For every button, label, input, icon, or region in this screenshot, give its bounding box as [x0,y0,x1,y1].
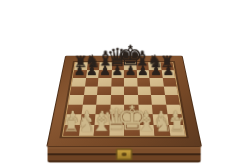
chess-board-box: ♜♞♝♛♚♝♞♜♟♟♟♟♟♟♟♟♟♟♟♟♟♟♟♟♜♞♝♛♚♝♞♜ [46,56,202,147]
piece-white-rook[interactable]: ♜ [169,116,186,135]
square-a7[interactable]: ♟ [73,70,87,78]
piece-black-pawn[interactable]: ♟ [73,64,85,77]
piece-black-pawn[interactable]: ♟ [112,64,124,77]
square-b7[interactable]: ♟ [86,70,99,78]
square-b5[interactable] [84,86,98,95]
square-g1[interactable]: ♞ [154,125,170,136]
square-d7[interactable]: ♟ [111,70,124,78]
square-h7[interactable]: ♟ [161,70,175,78]
square-a6[interactable] [71,78,85,86]
latch-pin [122,152,127,155]
square-b6[interactable] [85,78,99,86]
square-h6[interactable] [162,78,176,86]
piece-black-pawn[interactable]: ♟ [124,64,136,77]
square-h5[interactable] [163,86,178,95]
square-g5[interactable] [150,86,164,95]
box-front-panel [48,146,201,162]
square-h1[interactable]: ♜ [168,125,185,136]
square-g7[interactable]: ♟ [149,70,162,78]
square-f5[interactable] [137,86,151,95]
square-c5[interactable] [97,86,111,95]
board-squares: ♜♞♝♛♚♝♞♜♟♟♟♟♟♟♟♟♟♟♟♟♟♟♟♟♜♞♝♛♚♝♞♜ [62,62,186,137]
square-e5[interactable] [124,86,138,95]
chess-set-photo: ♜♞♝♛♚♝♞♜♟♟♟♟♟♟♟♟♟♟♟♟♟♟♟♟♜♞♝♛♚♝♞♜ [0,0,246,165]
piece-black-pawn[interactable]: ♟ [86,64,98,77]
brass-latch-icon [116,148,132,160]
square-d6[interactable] [111,78,124,86]
square-f6[interactable] [137,78,151,86]
square-g4[interactable] [151,95,166,104]
square-c6[interactable] [98,78,111,86]
piece-black-pawn[interactable]: ♟ [163,64,175,77]
square-c7[interactable]: ♟ [98,70,111,78]
square-f7[interactable]: ♟ [136,70,149,78]
piece-black-pawn[interactable]: ♟ [150,64,162,77]
square-b4[interactable] [82,95,97,104]
square-a4[interactable] [68,95,83,104]
square-g6[interactable] [149,78,163,86]
square-e6[interactable] [124,78,137,86]
square-d5[interactable] [111,86,125,95]
piece-black-pawn[interactable]: ♟ [137,64,149,77]
piece-black-pawn[interactable]: ♟ [99,64,111,77]
square-h4[interactable] [165,95,180,104]
square-a5[interactable] [70,86,85,95]
square-e7[interactable]: ♟ [124,70,137,78]
